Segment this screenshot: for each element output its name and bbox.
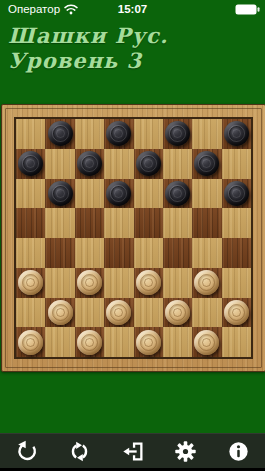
black-piece-a7[interactable] — [18, 151, 43, 176]
square-h4[interactable] — [222, 238, 251, 268]
square-b4[interactable] — [45, 238, 74, 268]
restart-button[interactable] — [59, 434, 101, 469]
square-e1[interactable] — [134, 327, 163, 357]
black-piece-d6[interactable] — [106, 181, 131, 206]
white-piece-f2[interactable] — [165, 300, 190, 325]
square-c4[interactable] — [75, 238, 104, 268]
square-f5[interactable] — [163, 208, 192, 238]
square-f2[interactable] — [163, 298, 192, 328]
square-a8[interactable] — [16, 119, 45, 149]
black-piece-d8[interactable] — [106, 121, 131, 146]
square-h6[interactable] — [222, 179, 251, 209]
bottom-toolbar — [0, 433, 265, 469]
square-f7[interactable] — [163, 149, 192, 179]
square-c3[interactable] — [75, 268, 104, 298]
white-piece-g1[interactable] — [194, 330, 219, 355]
square-c2[interactable] — [75, 298, 104, 328]
white-piece-d2[interactable] — [106, 300, 131, 325]
square-a4[interactable] — [16, 238, 45, 268]
restart-icon — [67, 439, 92, 464]
black-piece-f6[interactable] — [165, 181, 190, 206]
white-piece-c3[interactable] — [77, 270, 102, 295]
square-f1[interactable] — [163, 327, 192, 357]
square-d2[interactable] — [104, 298, 133, 328]
square-h3[interactable] — [222, 268, 251, 298]
square-g3[interactable] — [192, 268, 221, 298]
white-piece-e3[interactable] — [136, 270, 161, 295]
settings-button[interactable] — [165, 434, 207, 469]
gear-icon — [173, 439, 198, 464]
square-a7[interactable] — [16, 149, 45, 179]
checkers-board — [1, 104, 265, 372]
undo-icon — [14, 439, 39, 464]
white-piece-b2[interactable] — [48, 300, 73, 325]
square-d3[interactable] — [104, 268, 133, 298]
info-icon — [226, 439, 251, 464]
square-b6[interactable] — [45, 179, 74, 209]
square-a2[interactable] — [16, 298, 45, 328]
white-piece-e1[interactable] — [136, 330, 161, 355]
square-b2[interactable] — [45, 298, 74, 328]
square-d6[interactable] — [104, 179, 133, 209]
square-d5[interactable] — [104, 208, 133, 238]
board-field — [14, 117, 253, 359]
square-f8[interactable] — [163, 119, 192, 149]
square-c5[interactable] — [75, 208, 104, 238]
square-d8[interactable] — [104, 119, 133, 149]
square-e4[interactable] — [134, 238, 163, 268]
square-g7[interactable] — [192, 149, 221, 179]
square-h1[interactable] — [222, 327, 251, 357]
square-h7[interactable] — [222, 149, 251, 179]
square-b5[interactable] — [45, 208, 74, 238]
square-a1[interactable] — [16, 327, 45, 357]
square-a5[interactable] — [16, 208, 45, 238]
white-piece-g3[interactable] — [194, 270, 219, 295]
square-h2[interactable] — [222, 298, 251, 328]
square-g6[interactable] — [192, 179, 221, 209]
square-b7[interactable] — [45, 149, 74, 179]
square-g1[interactable] — [192, 327, 221, 357]
square-c6[interactable] — [75, 179, 104, 209]
square-f6[interactable] — [163, 179, 192, 209]
square-a3[interactable] — [16, 268, 45, 298]
status-bar: Оператор 15:07 — [0, 0, 265, 20]
black-piece-b8[interactable] — [48, 121, 73, 146]
square-f4[interactable] — [163, 238, 192, 268]
black-piece-g7[interactable] — [194, 151, 219, 176]
square-e2[interactable] — [134, 298, 163, 328]
exit-icon — [120, 439, 145, 464]
square-c7[interactable] — [75, 149, 104, 179]
black-piece-c7[interactable] — [77, 151, 102, 176]
square-b3[interactable] — [45, 268, 74, 298]
page-title: Шашки Рус. Уровень 3 — [8, 23, 265, 73]
square-h5[interactable] — [222, 208, 251, 238]
square-c1[interactable] — [75, 327, 104, 357]
clock: 15:07 — [0, 3, 265, 15]
square-e6[interactable] — [134, 179, 163, 209]
undo-button[interactable] — [6, 434, 48, 469]
app-screen: Оператор 15:07 Шашки Рус. Уровень 3 — [0, 0, 265, 471]
black-piece-e7[interactable] — [136, 151, 161, 176]
white-piece-a3[interactable] — [18, 270, 43, 295]
square-g2[interactable] — [192, 298, 221, 328]
square-e5[interactable] — [134, 208, 163, 238]
square-d7[interactable] — [104, 149, 133, 179]
exit-button[interactable] — [112, 434, 154, 469]
square-a6[interactable] — [16, 179, 45, 209]
square-e7[interactable] — [134, 149, 163, 179]
square-b8[interactable] — [45, 119, 74, 149]
black-piece-b6[interactable] — [48, 181, 73, 206]
black-piece-h8[interactable] — [224, 121, 249, 146]
white-piece-h2[interactable] — [224, 300, 249, 325]
square-c8[interactable] — [75, 119, 104, 149]
white-piece-a1[interactable] — [18, 330, 43, 355]
square-e3[interactable] — [134, 268, 163, 298]
square-g8[interactable] — [192, 119, 221, 149]
black-piece-f8[interactable] — [165, 121, 190, 146]
square-b1[interactable] — [45, 327, 74, 357]
square-h8[interactable] — [222, 119, 251, 149]
square-d1[interactable] — [104, 327, 133, 357]
battery-icon — [235, 4, 260, 15]
square-e8[interactable] — [134, 119, 163, 149]
white-piece-c1[interactable] — [77, 330, 102, 355]
square-g4[interactable] — [192, 238, 221, 268]
square-g5[interactable] — [192, 208, 221, 238]
info-button[interactable] — [218, 434, 260, 469]
square-f3[interactable] — [163, 268, 192, 298]
black-piece-h6[interactable] — [224, 181, 249, 206]
square-d4[interactable] — [104, 238, 133, 268]
